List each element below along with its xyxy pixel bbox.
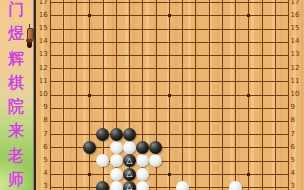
academy-text-char: 师 (8, 172, 24, 188)
row-label-left: 12 (36, 65, 48, 72)
row-label-left: 6 (36, 144, 48, 151)
black-stone (136, 141, 149, 154)
academy-text-char: 棋 (8, 75, 24, 91)
row-label-left: 17 (36, 0, 48, 6)
row-label-right: 4 (291, 170, 303, 177)
row-label-left: 10 (36, 91, 48, 98)
grid-hline (50, 121, 290, 122)
grid-hline (50, 108, 290, 109)
row-label-left: 14 (36, 38, 48, 45)
row-label-right: 10 (291, 91, 303, 98)
star-point (88, 173, 91, 176)
star-point (247, 94, 250, 97)
row-label-left: 5 (36, 157, 48, 164)
grid-hline (50, 134, 290, 135)
row-label-left: 11 (36, 78, 48, 85)
go-app-window: 门煜辉棋院来老师 1717161615151414131312121111101… (0, 0, 304, 190)
row-label-left: 16 (36, 12, 48, 19)
row-label-right: 9 (291, 104, 303, 111)
white-stone (110, 168, 123, 181)
row-label-left: 9 (36, 104, 48, 111)
white-stone (136, 154, 149, 167)
triangle-marked-black-stone: △ (123, 181, 136, 190)
white-stone (176, 181, 189, 190)
row-label-right: 12 (291, 65, 303, 72)
brush-tip (27, 42, 32, 48)
academy-text-char: 来 (8, 123, 24, 139)
grid-hline (50, 29, 290, 30)
grid-hline (50, 68, 290, 69)
grid-hline (50, 187, 290, 188)
academy-text-char: 辉 (8, 51, 24, 67)
brush-slider-handle[interactable] (24, 24, 34, 48)
star-point (247, 14, 250, 17)
white-stone (136, 181, 149, 190)
row-label-left: 13 (36, 51, 48, 58)
row-label-right: 13 (291, 51, 303, 58)
row-label-right: 8 (291, 117, 303, 124)
row-label-right: 7 (291, 131, 303, 138)
black-stone (96, 181, 109, 190)
row-label-left: 4 (36, 170, 48, 177)
grid-hline (50, 81, 290, 82)
grid-hline (50, 2, 290, 3)
star-point (168, 173, 171, 176)
star-point (168, 94, 171, 97)
row-label-left: 8 (36, 117, 48, 124)
grid-hline (50, 42, 290, 43)
row-label-right: 17 (291, 0, 303, 6)
black-stone (123, 128, 136, 141)
row-label-right: 3 (291, 183, 303, 190)
row-label-right: 15 (291, 25, 303, 32)
white-stone (110, 154, 123, 167)
row-label-left: 3 (36, 183, 48, 190)
row-label-left: 7 (36, 131, 48, 138)
triangle-marked-black-stone: △ (123, 154, 136, 167)
academy-text-char: 门 (8, 2, 24, 18)
row-label-right: 16 (291, 12, 303, 19)
star-point (168, 14, 171, 17)
black-stone (149, 141, 162, 154)
black-stone (96, 128, 109, 141)
go-board[interactable]: 1717161615151414131312121111101099887766… (36, 0, 304, 190)
row-label-right: 14 (291, 38, 303, 45)
row-label-right: 11 (291, 78, 303, 85)
academy-text-char: 院 (8, 99, 24, 115)
triangle-marked-black-stone: △ (123, 168, 136, 181)
row-label-right: 5 (291, 157, 303, 164)
star-point (247, 173, 250, 176)
triangle-mark: △ (126, 156, 132, 164)
white-stone (110, 141, 123, 154)
star-point (88, 14, 91, 17)
academy-text-char: 老 (8, 148, 24, 164)
row-label-left: 15 (36, 25, 48, 32)
white-stone (96, 154, 109, 167)
white-stone (149, 154, 162, 167)
white-stone (123, 141, 136, 154)
triangle-mark: △ (126, 170, 132, 178)
academy-text-char: 煜 (8, 26, 24, 42)
white-stone (229, 181, 242, 190)
white-stone (110, 181, 123, 190)
row-label-right: 6 (291, 144, 303, 151)
star-point (88, 94, 91, 97)
black-stone (110, 128, 123, 141)
triangle-mark: △ (126, 183, 132, 190)
grid-hline (50, 55, 290, 56)
black-stone (83, 141, 96, 154)
white-stone (136, 168, 149, 181)
grid-hline (50, 161, 290, 162)
